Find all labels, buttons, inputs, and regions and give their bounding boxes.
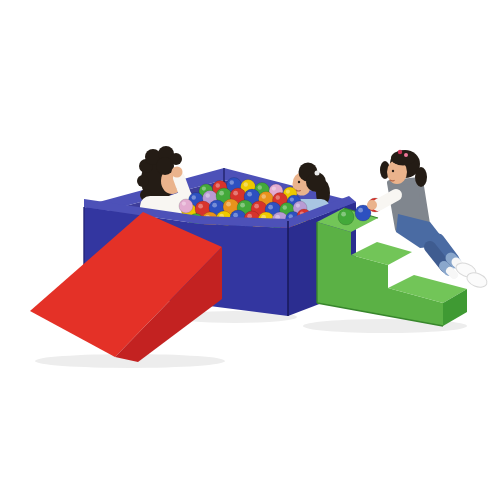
ball-highlight — [341, 212, 346, 217]
ball-highlight — [272, 186, 276, 190]
red-wedge-slide — [30, 212, 222, 362]
ball-highlight — [358, 208, 363, 213]
ball-highlight — [240, 203, 245, 208]
child-right-bangs — [391, 151, 415, 166]
play-ball — [338, 209, 354, 225]
ball-highlight — [182, 201, 186, 205]
play-ball — [179, 199, 193, 213]
child-middle-hair-tie — [315, 171, 320, 176]
child-left-curl — [137, 175, 149, 187]
child-left-forearm — [179, 178, 186, 197]
ball-highlight — [276, 195, 281, 200]
child-middle-eye — [298, 181, 300, 183]
ball-highlight — [247, 192, 252, 197]
ball-highlight — [230, 180, 235, 185]
ball-highlight — [296, 203, 300, 207]
ball-highlight — [219, 191, 224, 196]
ball-highlight — [254, 204, 259, 209]
screenshot-root: Product photo: three toddlers playing on… — [0, 0, 492, 492]
ball-highlight — [226, 202, 231, 207]
ball-highlight — [216, 183, 221, 188]
child-left-hand — [172, 167, 183, 178]
child-right-hair-clip-red — [398, 150, 402, 154]
ball-highlight — [202, 186, 206, 190]
soft-play-product-photo: Product photo: three toddlers playing on… — [0, 0, 492, 492]
ball-highlight — [233, 191, 238, 196]
ball-highlight — [258, 185, 263, 190]
ball-highlight — [268, 205, 273, 210]
child-left-bangs — [156, 157, 174, 175]
child-right-hair-clip-pink — [404, 153, 408, 157]
ball-highlight — [206, 193, 211, 198]
child-right-hand — [367, 200, 377, 210]
ball-highlight — [233, 213, 238, 218]
ball-highlight — [283, 205, 288, 210]
child-right-sock-2 — [450, 271, 454, 275]
ball-highlight — [198, 204, 203, 209]
ball-highlight — [290, 197, 294, 201]
ball-highlight — [286, 189, 290, 193]
ball-highlight — [244, 182, 249, 187]
child-right-eye — [392, 170, 394, 172]
child-right-pigtail-right — [415, 167, 427, 187]
ball-highlight — [262, 194, 267, 199]
ball-highlight — [212, 203, 217, 208]
ball-highlight — [192, 195, 197, 200]
